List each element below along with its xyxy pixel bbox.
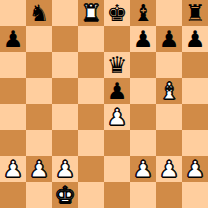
square-h5[interactable] [182, 78, 208, 104]
square-f3[interactable] [130, 130, 156, 156]
square-b1[interactable] [26, 182, 52, 208]
square-a7[interactable]: ♟ [0, 26, 26, 52]
square-h1[interactable] [182, 182, 208, 208]
black-rook-h8: ♜ [185, 0, 206, 26]
square-h2[interactable]: ♟ [182, 156, 208, 182]
square-e5[interactable]: ♟ [104, 78, 130, 104]
white-pawn-e4: ♟ [107, 104, 128, 130]
square-c1[interactable]: ♚ [52, 182, 78, 208]
square-h4[interactable] [182, 104, 208, 130]
square-g1[interactable] [156, 182, 182, 208]
square-a1[interactable] [0, 182, 26, 208]
square-c3[interactable] [52, 130, 78, 156]
chess-board: ♞♜♚♝♜♟♟♟♟♛♟♝♟♟♟♟♟♟♟♚ [0, 0, 208, 208]
square-a4[interactable] [0, 104, 26, 130]
square-h6[interactable] [182, 52, 208, 78]
square-e8[interactable]: ♚ [104, 0, 130, 26]
square-e2[interactable] [104, 156, 130, 182]
square-a8[interactable] [0, 0, 26, 26]
white-pawn-g2: ♟ [159, 156, 180, 182]
white-pawn-f2: ♟ [133, 156, 154, 182]
square-f5[interactable] [130, 78, 156, 104]
square-e3[interactable] [104, 130, 130, 156]
square-d3[interactable] [78, 130, 104, 156]
square-d6[interactable] [78, 52, 104, 78]
square-h7[interactable]: ♟ [182, 26, 208, 52]
square-g5[interactable]: ♝ [156, 78, 182, 104]
square-b8[interactable]: ♞ [26, 0, 52, 26]
square-b2[interactable]: ♟ [26, 156, 52, 182]
square-g3[interactable] [156, 130, 182, 156]
square-f1[interactable] [130, 182, 156, 208]
square-f8[interactable]: ♝ [130, 0, 156, 26]
square-g4[interactable] [156, 104, 182, 130]
square-c6[interactable] [52, 52, 78, 78]
white-pawn-c2: ♟ [55, 156, 76, 182]
square-c4[interactable] [52, 104, 78, 130]
square-g8[interactable] [156, 0, 182, 26]
square-g7[interactable]: ♟ [156, 26, 182, 52]
black-pawn-e5: ♟ [107, 78, 128, 104]
square-d2[interactable] [78, 156, 104, 182]
square-e1[interactable] [104, 182, 130, 208]
black-pawn-a7: ♟ [3, 26, 24, 52]
black-bishop-f8: ♝ [133, 0, 154, 26]
square-d1[interactable] [78, 182, 104, 208]
white-king-c1: ♚ [55, 182, 76, 208]
square-h8[interactable]: ♜ [182, 0, 208, 26]
square-g6[interactable] [156, 52, 182, 78]
square-a2[interactable]: ♟ [0, 156, 26, 182]
black-knight-b8: ♞ [29, 0, 50, 26]
square-b7[interactable] [26, 26, 52, 52]
square-d5[interactable] [78, 78, 104, 104]
square-b5[interactable] [26, 78, 52, 104]
square-f2[interactable]: ♟ [130, 156, 156, 182]
square-d7[interactable] [78, 26, 104, 52]
square-e7[interactable] [104, 26, 130, 52]
square-f7[interactable]: ♟ [130, 26, 156, 52]
square-c2[interactable]: ♟ [52, 156, 78, 182]
white-rook-d8: ♜ [81, 0, 102, 26]
black-queen-e6: ♛ [107, 52, 128, 78]
square-d4[interactable] [78, 104, 104, 130]
square-b4[interactable] [26, 104, 52, 130]
white-bishop-g5: ♝ [159, 78, 180, 104]
square-c8[interactable] [52, 0, 78, 26]
square-d8[interactable]: ♜ [78, 0, 104, 26]
black-pawn-f7: ♟ [133, 26, 154, 52]
square-c5[interactable] [52, 78, 78, 104]
black-pawn-h7: ♟ [185, 26, 206, 52]
square-h3[interactable] [182, 130, 208, 156]
white-pawn-h2: ♟ [185, 156, 206, 182]
square-c7[interactable] [52, 26, 78, 52]
square-e4[interactable]: ♟ [104, 104, 130, 130]
square-g2[interactable]: ♟ [156, 156, 182, 182]
black-king-e8: ♚ [107, 0, 128, 26]
square-a6[interactable] [0, 52, 26, 78]
black-pawn-g7: ♟ [159, 26, 180, 52]
white-pawn-b2: ♟ [29, 156, 50, 182]
square-b6[interactable] [26, 52, 52, 78]
square-f6[interactable] [130, 52, 156, 78]
square-a5[interactable] [0, 78, 26, 104]
square-f4[interactable] [130, 104, 156, 130]
square-a3[interactable] [0, 130, 26, 156]
square-b3[interactable] [26, 130, 52, 156]
white-pawn-a2: ♟ [3, 156, 24, 182]
square-e6[interactable]: ♛ [104, 52, 130, 78]
